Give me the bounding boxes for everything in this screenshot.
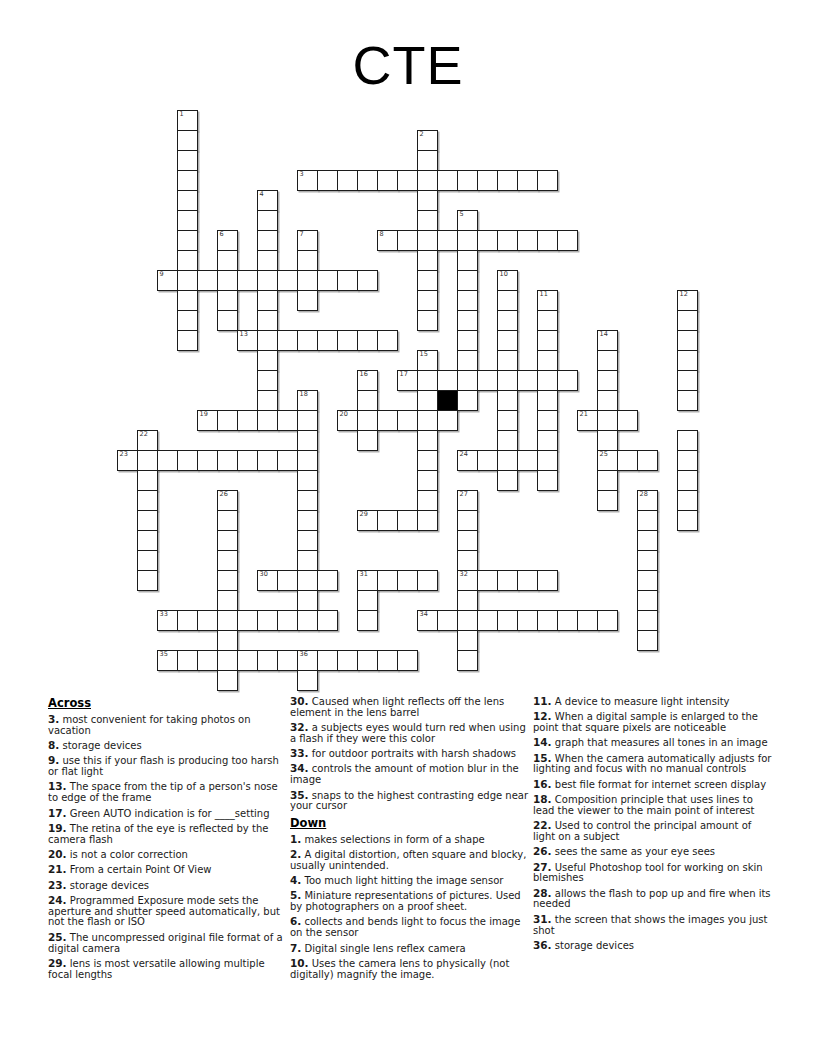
grid-cell-r18c28[interactable] xyxy=(677,470,698,491)
grid-cell-r15c7[interactable] xyxy=(257,410,278,431)
grid-cell-r15c4[interactable]: 19 xyxy=(197,410,218,431)
grid-cell-r15c24[interactable] xyxy=(597,410,618,431)
grid-cell-r3c12[interactable] xyxy=(357,170,378,191)
grid-cell-r16c24[interactable] xyxy=(597,430,618,451)
grid-cell-r22c17[interactable] xyxy=(457,550,478,571)
grid-cell-r25c17[interactable] xyxy=(457,610,478,631)
grid-cell-r17c0[interactable]: 23 xyxy=(117,450,138,471)
grid-cell-r21c5[interactable] xyxy=(217,530,238,551)
grid-cell-r6c15[interactable] xyxy=(417,230,438,251)
grid-cell-r13c21[interactable] xyxy=(537,370,558,391)
grid-cell-r14c9[interactable]: 18 xyxy=(297,390,318,411)
grid-cell-r17c24[interactable]: 25 xyxy=(597,450,618,471)
grid-cell-r3c18[interactable] xyxy=(477,170,498,191)
cell-number: 2 xyxy=(420,131,424,138)
grid-cell-r15c12[interactable] xyxy=(357,410,378,431)
cell-number: 19 xyxy=(200,411,208,418)
grid-cell-r17c9[interactable] xyxy=(297,450,318,471)
cell-number: 34 xyxy=(420,611,428,618)
grid-cell-r7c15[interactable] xyxy=(417,250,438,271)
grid-cell-r8c12[interactable] xyxy=(357,270,378,291)
grid-cell-r9c3[interactable] xyxy=(177,290,198,311)
grid-cell-r19c5[interactable]: 26 xyxy=(217,490,238,511)
grid-cell-r4c7[interactable]: 4 xyxy=(257,190,278,211)
grid-cell-r20c26[interactable] xyxy=(637,510,658,531)
grid-cell-r25c19[interactable] xyxy=(497,610,518,631)
grid-cell-r23c20[interactable] xyxy=(517,570,538,591)
grid-cell-r16c9[interactable] xyxy=(297,430,318,451)
cell-number: 4 xyxy=(260,191,264,198)
grid-cell-r6c5[interactable]: 6 xyxy=(217,230,238,251)
grid-cell-r17c5[interactable] xyxy=(217,450,238,471)
grid-cell-r17c8[interactable] xyxy=(277,450,298,471)
grid-cell-r12c28[interactable] xyxy=(677,350,698,371)
grid-cell-r24c9[interactable] xyxy=(297,590,318,611)
grid-cell-r13c24[interactable] xyxy=(597,370,618,391)
clue-item-19: 19. The retina of the eye is reflected b… xyxy=(48,823,288,846)
grid-cell-r11c6[interactable]: 13 xyxy=(237,330,258,351)
grid-cell-r17c4[interactable] xyxy=(197,450,218,471)
grid-cell-r23c19[interactable] xyxy=(497,570,518,591)
grid-cell-r11c10[interactable] xyxy=(317,330,338,351)
down-header: Down xyxy=(290,816,530,830)
grid-cell-r9c28[interactable]: 12 xyxy=(677,290,698,311)
grid-cell-r8c9[interactable] xyxy=(297,270,318,291)
grid-cell-r16c28[interactable] xyxy=(677,430,698,451)
grid-cell-r27c14[interactable] xyxy=(397,650,418,671)
grid-cell-r13c20[interactable] xyxy=(517,370,538,391)
grid-cell-r15c23[interactable]: 21 xyxy=(577,410,598,431)
grid-cell-r11c7[interactable] xyxy=(257,330,278,351)
grid-cell-r9c19[interactable] xyxy=(497,290,518,311)
grid-cell-r3c17[interactable] xyxy=(457,170,478,191)
grid-cell-r17c26[interactable] xyxy=(637,450,658,471)
grid-cell-r28c5[interactable] xyxy=(217,670,238,691)
grid-cell-r23c26[interactable] xyxy=(637,570,658,591)
grid-cell-r8c10[interactable] xyxy=(317,270,338,291)
grid-cell-r7c17[interactable] xyxy=(457,250,478,271)
grid-cell-r8c7[interactable] xyxy=(257,270,278,291)
grid-cell-r8c4[interactable] xyxy=(197,270,218,291)
grid-cell-r26c17[interactable] xyxy=(457,630,478,651)
cell-number: 25 xyxy=(600,451,608,458)
grid-cell-r26c5[interactable] xyxy=(217,630,238,651)
grid-cell-r25c8[interactable] xyxy=(277,610,298,631)
grid-cell-r9c21[interactable]: 11 xyxy=(537,290,558,311)
grid-cell-r12c7[interactable] xyxy=(257,350,278,371)
grid-cell-r17c1[interactable] xyxy=(137,450,158,471)
grid-cell-r14c24[interactable] xyxy=(597,390,618,411)
grid-cell-r8c2[interactable]: 9 xyxy=(157,270,178,291)
grid-cell-r3c11[interactable] xyxy=(337,170,358,191)
grid-cell-r11c3[interactable] xyxy=(177,330,198,351)
grid-cell-r18c15[interactable] xyxy=(417,470,438,491)
grid-cell-r9c15[interactable] xyxy=(417,290,438,311)
grid-cell-r25c4[interactable] xyxy=(197,610,218,631)
grid-cell-r2c3[interactable] xyxy=(177,150,198,171)
grid-cell-r17c19[interactable] xyxy=(497,450,518,471)
grid-cell-r17c21[interactable] xyxy=(537,450,558,471)
grid-cell-r17c28[interactable] xyxy=(677,450,698,471)
grid-cell-r8c11[interactable] xyxy=(337,270,358,291)
cell-number: 18 xyxy=(300,391,308,398)
grid-cell-r3c13[interactable] xyxy=(377,170,398,191)
grid-cell-r10c19[interactable] xyxy=(497,310,518,331)
grid-cell-r25c26[interactable] xyxy=(637,610,658,631)
clue-item-32: 32. a subjects eyes would turn red when … xyxy=(290,722,530,745)
grid-cell-r24c5[interactable] xyxy=(217,590,238,611)
grid-cell-r17c15[interactable] xyxy=(417,450,438,471)
grid-cell-r0c3[interactable]: 1 xyxy=(177,110,198,131)
grid-cell-r15c15[interactable] xyxy=(417,410,438,431)
grid-cell-r6c17[interactable] xyxy=(457,230,478,251)
clue-item-14: 14. graph that measures all tones in an … xyxy=(533,737,773,749)
grid-cell-r20c9[interactable] xyxy=(297,510,318,531)
grid-cell-r1c15[interactable]: 2 xyxy=(417,130,438,151)
cell-number: 7 xyxy=(300,231,304,238)
grid-cell-r25c12[interactable] xyxy=(357,610,378,631)
grid-cell-r13c12[interactable]: 16 xyxy=(357,370,378,391)
cell-number: 30 xyxy=(260,571,268,578)
grid-cell-r9c17[interactable] xyxy=(457,290,478,311)
cell-number: 29 xyxy=(360,511,368,518)
grid-cell-r27c2[interactable]: 35 xyxy=(157,650,178,671)
grid-cell-r10c5[interactable] xyxy=(217,310,238,331)
grid-cell-r11c19[interactable] xyxy=(497,330,518,351)
grid-cell-r25c22[interactable] xyxy=(557,610,578,631)
grid-cell-r27c11[interactable] xyxy=(337,650,358,671)
grid-cell-r10c15[interactable] xyxy=(417,310,438,331)
grid-cell-r23c1[interactable] xyxy=(137,570,158,591)
grid-cell-r20c1[interactable] xyxy=(137,510,158,531)
grid-cell-r13c16[interactable] xyxy=(437,370,458,391)
grid-cell-r13c14[interactable]: 17 xyxy=(397,370,418,391)
cell-number: 24 xyxy=(460,451,468,458)
grid-cell-r18c24[interactable] xyxy=(597,470,618,491)
grid-cell-r10c28[interactable] xyxy=(677,310,698,331)
grid-cell-r3c16[interactable] xyxy=(437,170,458,191)
grid-cell-r5c7[interactable] xyxy=(257,210,278,231)
grid-cell-r14c12[interactable] xyxy=(357,390,378,411)
grid-cell-r14c28[interactable] xyxy=(677,390,698,411)
clue-item-18: 18. Composition principle that uses line… xyxy=(533,794,773,817)
grid-cell-r6c22[interactable] xyxy=(557,230,578,251)
grid-cell-r9c7[interactable] xyxy=(257,290,278,311)
grid-cell-r10c3[interactable] xyxy=(177,310,198,331)
grid-cell-r25c3[interactable] xyxy=(177,610,198,631)
grid-cell-r6c18[interactable] xyxy=(477,230,498,251)
clue-item-1: 1. makes selections in form of a shape xyxy=(290,834,530,846)
grid-cell-r16c21[interactable] xyxy=(537,430,558,451)
grid-cell-r20c17[interactable] xyxy=(457,510,478,531)
grid-cell-r27c8[interactable] xyxy=(277,650,298,671)
grid-cell-r25c24[interactable] xyxy=(597,610,618,631)
grid-cell-r12c19[interactable] xyxy=(497,350,518,371)
grid-cell-r25c23[interactable] xyxy=(577,610,598,631)
grid-cell-r27c9[interactable]: 36 xyxy=(297,650,318,671)
cell-number: 27 xyxy=(460,491,468,498)
clue-item-11: 11. A device to measure light intensity xyxy=(533,696,773,708)
grid-cell-r17c3[interactable] xyxy=(177,450,198,471)
grid-cell-r19c17[interactable]: 27 xyxy=(457,490,478,511)
grid-cell-r25c16[interactable] xyxy=(437,610,458,631)
cell-number: 10 xyxy=(500,271,508,278)
grid-cell-r2c15[interactable] xyxy=(417,150,438,171)
puzzle-title: CTE xyxy=(0,34,816,96)
grid-cell-r25c15[interactable]: 34 xyxy=(417,610,438,631)
grid-cell-r3c3[interactable] xyxy=(177,170,198,191)
grid-cell-r11c24[interactable]: 14 xyxy=(597,330,618,351)
grid-cell-r4c15[interactable] xyxy=(417,190,438,211)
grid-cell-r21c17[interactable] xyxy=(457,530,478,551)
grid-cell-r8c5[interactable] xyxy=(217,270,238,291)
grid-cell-r3c15[interactable] xyxy=(417,170,438,191)
clue-item-25: 25. The uncompressed original file forma… xyxy=(48,932,288,955)
grid-cell-r23c15[interactable] xyxy=(417,570,438,591)
grid-cell-r12c21[interactable] xyxy=(537,350,558,371)
grid-cell-r27c3[interactable] xyxy=(177,650,198,671)
grid-cell-r6c9[interactable]: 7 xyxy=(297,230,318,251)
grid-cell-r6c7[interactable] xyxy=(257,230,278,251)
grid-cell-r12c15[interactable]: 15 xyxy=(417,350,438,371)
grid-cell-r12c17[interactable] xyxy=(457,350,478,371)
grid-cell-r20c5[interactable] xyxy=(217,510,238,531)
grid-cell-r27c12[interactable] xyxy=(357,650,378,671)
grid-cell-r20c12[interactable]: 29 xyxy=(357,510,378,531)
grid-cell-r14c17[interactable] xyxy=(457,390,478,411)
grid-cell-r3c14[interactable] xyxy=(397,170,418,191)
grid-cell-r15c13[interactable] xyxy=(377,410,398,431)
grid-cell-r24c12[interactable] xyxy=(357,590,378,611)
clue-item-15: 15. When the camera automatically adjust… xyxy=(533,753,773,776)
grid-cell-r7c7[interactable] xyxy=(257,250,278,271)
cell-number: 12 xyxy=(680,291,688,298)
grid-cell-r8c19[interactable]: 10 xyxy=(497,270,518,291)
grid-cell-r13c15[interactable] xyxy=(417,370,438,391)
grid-cell-r13c18[interactable] xyxy=(477,370,498,391)
grid-cell-r13c28[interactable] xyxy=(677,370,698,391)
grid-cell-r8c17[interactable] xyxy=(457,270,478,291)
grid-cell-r3c20[interactable] xyxy=(517,170,538,191)
grid-cell-r27c6[interactable] xyxy=(237,650,258,671)
grid-cell-r15c21[interactable] xyxy=(537,410,558,431)
grid-cell-r27c10[interactable] xyxy=(317,650,338,671)
grid-cell-r14c21[interactable] xyxy=(537,390,558,411)
grid-cell-r23c21[interactable] xyxy=(537,570,558,591)
grid-cell-r23c18[interactable] xyxy=(477,570,498,591)
grid-cell-r11c12[interactable] xyxy=(357,330,378,351)
grid-cell-r15c8[interactable] xyxy=(277,410,298,431)
grid-cell-r10c21[interactable] xyxy=(537,310,558,331)
grid-cell-r7c3[interactable] xyxy=(177,250,198,271)
grid-cell-r11c8[interactable] xyxy=(277,330,298,351)
grid-cell-r17c2[interactable] xyxy=(157,450,178,471)
grid-cell-r18c9[interactable] xyxy=(297,470,318,491)
grid-cell-r18c21[interactable] xyxy=(537,470,558,491)
grid-cell-r3c19[interactable] xyxy=(497,170,518,191)
grid-cell-r11c17[interactable] xyxy=(457,330,478,351)
grid-cell-r15c19[interactable] xyxy=(497,410,518,431)
grid-cell-r13c17[interactable] xyxy=(457,370,478,391)
grid-cell-r8c8[interactable] xyxy=(277,270,298,291)
grid-cell-r8c15[interactable] xyxy=(417,270,438,291)
grid-cell-r1c3[interactable] xyxy=(177,130,198,151)
grid-cell-r14c19[interactable] xyxy=(497,390,518,411)
grid-cell-r17c6[interactable] xyxy=(237,450,258,471)
grid-cell-r17c20[interactable] xyxy=(517,450,538,471)
clue-item-5: 5. Miniature representations of pictures… xyxy=(290,890,530,913)
clue-item-13: 13. The space from the tip of a person's… xyxy=(48,781,288,804)
grid-cell-r19c1[interactable] xyxy=(137,490,158,511)
grid-cell-r6c20[interactable] xyxy=(517,230,538,251)
grid-cell-r6c13[interactable]: 8 xyxy=(377,230,398,251)
grid-cell-r19c15[interactable] xyxy=(417,490,438,511)
grid-cell-r25c7[interactable] xyxy=(257,610,278,631)
grid-cell-r23c10[interactable] xyxy=(317,570,338,591)
grid-cell-r20c14[interactable] xyxy=(397,510,418,531)
grid-cell-r23c12[interactable]: 31 xyxy=(357,570,378,591)
grid-cell-r5c15[interactable] xyxy=(417,210,438,231)
grid-cell-r10c7[interactable] xyxy=(257,310,278,331)
grid-cell-r15c14[interactable] xyxy=(397,410,418,431)
grid-cell-r25c20[interactable] xyxy=(517,610,538,631)
cell-number: 28 xyxy=(640,491,648,498)
grid-cell-r16c15[interactable] xyxy=(417,430,438,451)
grid-cell-r4c3[interactable] xyxy=(177,190,198,211)
grid-cell-r10c17[interactable] xyxy=(457,310,478,331)
grid-cell-r27c13[interactable] xyxy=(377,650,398,671)
cell-number: 15 xyxy=(420,351,428,358)
grid-cell-r27c4[interactable] xyxy=(197,650,218,671)
grid-cell-r27c17[interactable] xyxy=(457,650,478,671)
grid-cell-r6c19[interactable] xyxy=(497,230,518,251)
grid-cell-r20c13[interactable] xyxy=(377,510,398,531)
grid-cell-r25c18[interactable] xyxy=(477,610,498,631)
grid-cell-r7c5[interactable] xyxy=(217,250,238,271)
grid-cell-r13c7[interactable] xyxy=(257,370,278,391)
clue-item-7: 7. Digital single lens reflex camera xyxy=(290,943,530,955)
grid-cell-r6c3[interactable] xyxy=(177,230,198,251)
grid-cell-r18c1[interactable] xyxy=(137,470,158,491)
grid-cell-r14c7[interactable] xyxy=(257,390,278,411)
grid-cell-r25c9[interactable] xyxy=(297,610,318,631)
grid-cell-r27c5[interactable] xyxy=(217,650,238,671)
grid-cell-r17c25[interactable] xyxy=(617,450,638,471)
grid-cell-r15c25[interactable] xyxy=(617,410,638,431)
clue-item-4: 4. Too much light hitting the image sens… xyxy=(290,875,530,887)
grid-cell-r25c6[interactable] xyxy=(237,610,258,631)
grid-cell-r14c15[interactable] xyxy=(417,390,438,411)
grid-cell-r28c9[interactable] xyxy=(297,670,318,691)
grid-cell-r23c7[interactable]: 30 xyxy=(257,570,278,591)
grid-cell-r3c9[interactable]: 3 xyxy=(297,170,318,191)
grid-cell-r17c18[interactable] xyxy=(477,450,498,471)
grid-cell-r25c21[interactable] xyxy=(537,610,558,631)
grid-cell-r25c2[interactable]: 33 xyxy=(157,610,178,631)
grid-cell-r23c14[interactable] xyxy=(397,570,418,591)
grid-cell-r26c26[interactable] xyxy=(637,630,658,651)
grid-cell-r18c19[interactable] xyxy=(497,470,518,491)
grid-cell-r19c28[interactable] xyxy=(677,490,698,511)
grid-cell-r24c26[interactable] xyxy=(637,590,658,611)
grid-cell-r16c19[interactable] xyxy=(497,430,518,451)
grid-cell-r13c19[interactable] xyxy=(497,370,518,391)
grid-cell-r22c9[interactable] xyxy=(297,550,318,571)
grid-cell-r23c9[interactable] xyxy=(297,570,318,591)
grid-cell-r11c9[interactable] xyxy=(297,330,318,351)
grid-cell-r7c9[interactable] xyxy=(297,250,318,271)
grid-cell-r22c26[interactable] xyxy=(637,550,658,571)
clues-column-down: 11. A device to measure light intensity1… xyxy=(533,696,773,955)
grid-cell-r23c8[interactable] xyxy=(277,570,298,591)
cell-number: 13 xyxy=(240,331,248,338)
cell-number: 14 xyxy=(600,331,608,338)
grid-cell-r17c17[interactable]: 24 xyxy=(457,450,478,471)
clue-item-3: 3. most convenient for taking photos on … xyxy=(48,714,288,737)
grid-cell-r23c5[interactable] xyxy=(217,570,238,591)
grid-cell-r3c10[interactable] xyxy=(317,170,338,191)
grid-cell-r9c9[interactable] xyxy=(297,290,318,311)
grid-cell-r8c3[interactable] xyxy=(177,270,198,291)
grid-cell-r15c5[interactable] xyxy=(217,410,238,431)
grid-cell-r8c6[interactable] xyxy=(237,270,258,291)
grid-cell-r6c16[interactable] xyxy=(437,230,458,251)
grid-cell-r12c24[interactable] xyxy=(597,350,618,371)
grid-cell-r15c16[interactable] xyxy=(437,410,458,431)
grid-cell-r3c21[interactable] xyxy=(537,170,558,191)
clue-item-22: 22. Used to control the principal amount… xyxy=(533,820,773,843)
grid-cell-r9c5[interactable] xyxy=(217,290,238,311)
clue-item-12: 12. When a digital sample is enlarged to… xyxy=(533,711,773,734)
grid-cell-r5c17[interactable]: 5 xyxy=(457,210,478,231)
grid-cell-r17c7[interactable] xyxy=(257,450,278,471)
grid-cell-r11c28[interactable] xyxy=(677,330,698,351)
grid-cell-r11c21[interactable] xyxy=(537,330,558,351)
grid-cell-r23c13[interactable] xyxy=(377,570,398,591)
grid-cell-r11c11[interactable] xyxy=(337,330,358,351)
grid-cell-r16c12[interactable] xyxy=(357,430,378,451)
grid-cell-r20c15[interactable] xyxy=(417,510,438,531)
grid-cell-r6c14[interactable] xyxy=(397,230,418,251)
grid-cell-r6c21[interactable] xyxy=(537,230,558,251)
cell-number: 36 xyxy=(300,651,308,658)
grid-cell-r15c9[interactable] xyxy=(297,410,318,431)
clue-item-33: 33. for outdoor portraits with harsh sha… xyxy=(290,748,530,760)
grid-cell-r22c5[interactable] xyxy=(217,550,238,571)
grid-cell-r20c28[interactable] xyxy=(677,510,698,531)
grid-cell-r24c17[interactable] xyxy=(457,590,478,611)
grid-cell-r13c22[interactable] xyxy=(557,370,578,391)
cell-number: 3 xyxy=(300,171,304,178)
grid-cell-r19c24[interactable] xyxy=(597,490,618,511)
grid-cell-r21c26[interactable] xyxy=(637,530,658,551)
grid-cell-r15c11[interactable]: 20 xyxy=(337,410,358,431)
grid-cell-r25c10[interactable] xyxy=(317,610,338,631)
grid-cell-r21c1[interactable] xyxy=(137,530,158,551)
grid-cell-r19c26[interactable]: 28 xyxy=(637,490,658,511)
grid-cell-r25c5[interactable] xyxy=(217,610,238,631)
grid-cell-r5c3[interactable] xyxy=(177,210,198,231)
grid-cell-r16c1[interactable]: 22 xyxy=(137,430,158,451)
grid-cell-r27c7[interactable] xyxy=(257,650,278,671)
clue-item-16: 16. best file format for internet screen… xyxy=(533,779,773,791)
grid-cell-r23c17[interactable]: 32 xyxy=(457,570,478,591)
grid-cell-r22c1[interactable] xyxy=(137,550,158,571)
grid-cell-r21c9[interactable] xyxy=(297,530,318,551)
grid-cell-r19c9[interactable] xyxy=(297,490,318,511)
grid-cell-r11c13[interactable] xyxy=(377,330,398,351)
grid-cell-r15c6[interactable] xyxy=(237,410,258,431)
